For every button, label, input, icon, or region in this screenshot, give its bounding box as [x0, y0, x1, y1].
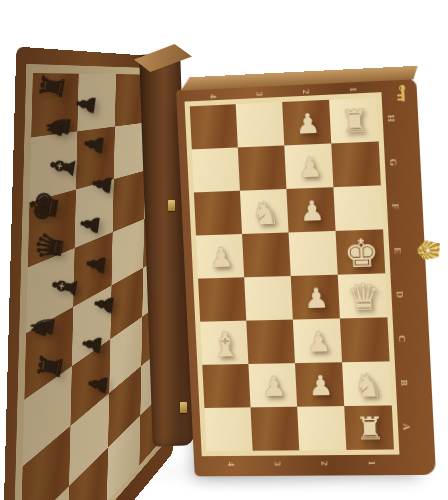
- black-pawn-a7: ♟: [84, 371, 112, 397]
- white-pawn-b3: ♟: [261, 372, 287, 400]
- black-knight-g8: ♞: [41, 110, 76, 143]
- white-bishop-c4: ♝: [209, 326, 241, 361]
- square-e4: ♟: [196, 234, 244, 279]
- square-g3: [238, 145, 287, 190]
- black-pawn-h7: ♟: [72, 91, 100, 117]
- square-d1: ♛: [338, 273, 388, 318]
- rank-label-2: 2: [297, 89, 312, 94]
- square-g4: [192, 147, 240, 192]
- rank-label-3: 3: [268, 461, 282, 466]
- square-c1: [340, 317, 390, 362]
- white-pawn-f2: ♟: [299, 197, 325, 225]
- white-pawn-c2: ♟: [305, 328, 331, 356]
- square-g2: ♟: [284, 143, 333, 188]
- square-b2: ♟: [295, 362, 344, 406]
- square-e3: [242, 232, 291, 277]
- rank-label-4: 4: [204, 94, 218, 99]
- black-pawn-g7: ♟: [80, 131, 108, 157]
- black-pawn-c7: ♟: [90, 291, 118, 317]
- square-a3: [251, 407, 300, 451]
- file-label-a: A: [401, 423, 412, 430]
- black-pawn-e7: ♟: [76, 211, 104, 237]
- black-queen-d8: ♛: [30, 228, 70, 265]
- file-label-h: H: [386, 114, 397, 122]
- black-pawn-d7: ♟: [82, 251, 110, 277]
- file-label-g: G: [388, 158, 399, 166]
- square-d4: [198, 277, 246, 321]
- square-f2: ♟: [286, 187, 335, 232]
- black-knight-b8: ♞: [25, 310, 60, 343]
- square-h4: [190, 104, 238, 149]
- black-rook-a8: ♜: [33, 350, 68, 383]
- black-pawn-f7: ♟: [88, 171, 116, 197]
- square-h2: ♟: [282, 100, 331, 146]
- white-pawn-g2: ♟: [297, 153, 323, 181]
- white-queen-d1: ♛: [346, 278, 381, 316]
- file-label-d: D: [394, 290, 405, 297]
- rank-label-2: 2: [315, 461, 330, 466]
- square-b4: [202, 364, 250, 408]
- rank-label-4: 4: [222, 462, 236, 467]
- square-e1: ♚: [336, 229, 386, 274]
- white-rook-h1: ♜: [340, 105, 370, 138]
- right-board-grid: ♟♜♟♞♟♟♚♟♛♝♟♟♟♞♜: [189, 96, 395, 452]
- square-b3: ♟: [248, 363, 297, 407]
- black-king-e8: ♚: [23, 186, 65, 225]
- square-h3: [236, 102, 285, 147]
- chess-set-photo: ♜♞♝♚♛♝♞♜♟♟♟♟♟♟♟♟ 4321 ♟♜♟♞♟♟♚♟♛♝♟♟♟♞♜ 43…: [0, 0, 448, 500]
- rank-label-3: 3: [250, 91, 264, 96]
- brass-latch-icon: [417, 240, 441, 260]
- square-h1: ♜: [329, 98, 379, 144]
- white-rook-a1: ♜: [355, 413, 385, 445]
- white-pawn-e4: ♟: [208, 243, 234, 271]
- white-king-e1: ♚: [343, 233, 380, 273]
- file-label-c: C: [397, 335, 408, 342]
- file-label-b: B: [399, 379, 410, 385]
- white-pawn-d2: ♟: [303, 284, 329, 312]
- black-pieces-cluster: ♜♞♝♚♛♝♞♜♟♟♟♟♟♟♟♟: [0, 0, 200, 500]
- black-bishop-c8: ♝: [45, 269, 83, 304]
- rank-labels-bottom: 4321: [206, 456, 394, 472]
- right-board-panel: 4321 ♟♜♟♞♟♟♚♟♛♝♟♟♟♞♜ 4321 HGFEDCBA: [176, 78, 436, 476]
- white-knight-f3: ♞: [250, 196, 281, 229]
- square-c3: [246, 320, 295, 364]
- square-f1: [333, 185, 383, 231]
- black-pawn-b7: ♟: [78, 331, 106, 357]
- square-a1: ♜: [344, 405, 394, 449]
- square-f3: ♞: [240, 189, 289, 234]
- square-d3: [244, 276, 293, 321]
- square-f4: [194, 191, 242, 236]
- square-d2: ♟: [291, 275, 340, 320]
- rank-label-1: 1: [362, 461, 377, 466]
- rank-label-1: 1: [344, 87, 359, 92]
- square-e2: [289, 231, 338, 276]
- square-b1: ♞: [342, 361, 392, 406]
- black-rook-h8: ♜: [35, 70, 70, 103]
- file-label-f: F: [390, 203, 401, 209]
- white-pawn-h2: ♟: [295, 109, 321, 137]
- white-pawn-b2: ♟: [308, 372, 334, 400]
- white-knight-b1: ♞: [352, 368, 383, 401]
- brass-key-logo-icon: [397, 85, 408, 103]
- black-bishop-f8: ♝: [43, 149, 81, 184]
- square-c2: ♟: [293, 318, 342, 363]
- square-c4: ♝: [200, 321, 248, 365]
- square-g1: [331, 141, 381, 187]
- square-a2: [297, 406, 346, 450]
- square-a4: [204, 407, 252, 451]
- file-label-e: E: [392, 247, 403, 253]
